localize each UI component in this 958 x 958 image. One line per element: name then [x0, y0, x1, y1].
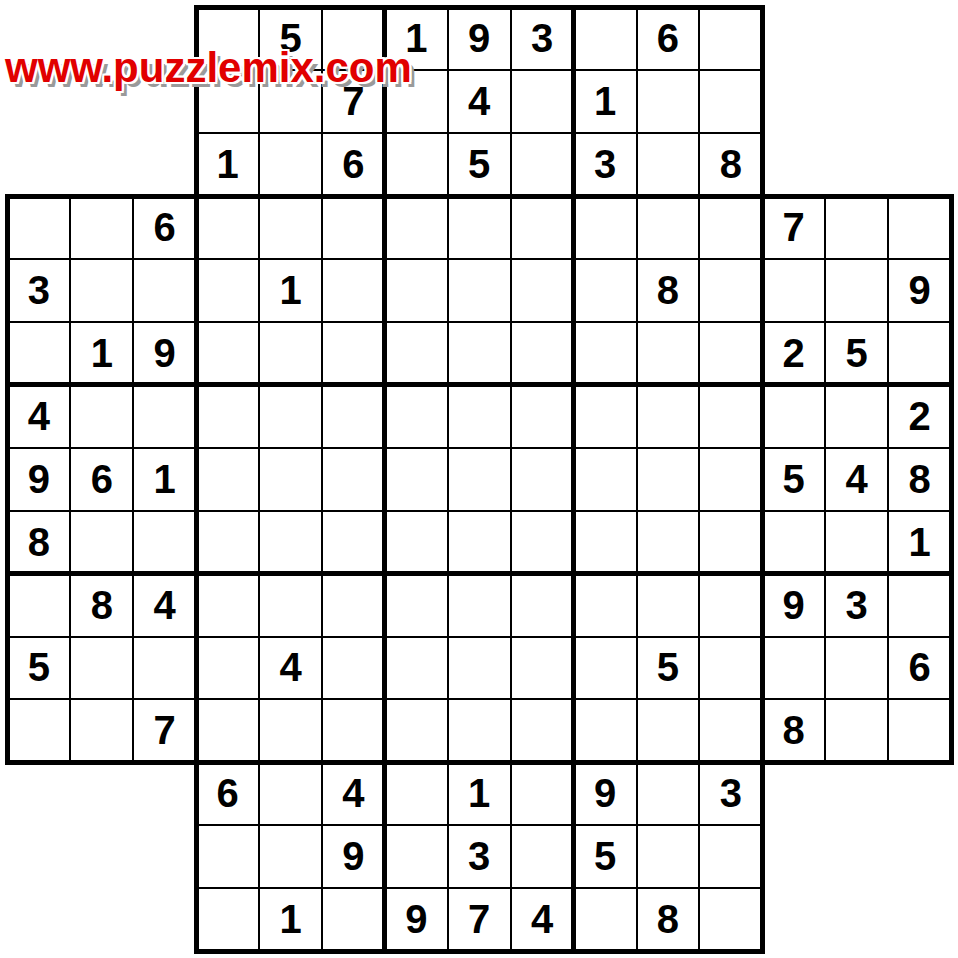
cell-r4c4[interactable] — [196, 196, 259, 259]
given-digit-r6c2[interactable]: 1 — [70, 322, 133, 385]
cell-r6c9[interactable] — [511, 322, 574, 385]
cell-r10c1[interactable] — [8, 574, 71, 637]
cell-r11c9[interactable] — [511, 637, 574, 700]
cell-r7c11[interactable] — [637, 385, 700, 448]
cell-r12c5[interactable] — [259, 699, 322, 762]
cell-r8c12[interactable] — [699, 448, 762, 511]
given-digit-r10c14[interactable]: 3 — [825, 574, 888, 637]
given-digit-r12c13[interactable]: 8 — [762, 699, 825, 762]
given-digit-r13c12[interactable]: 3 — [699, 762, 762, 825]
cell-r8c4[interactable] — [196, 448, 259, 511]
watermark-url: www.puzzlemix.com — [5, 44, 412, 92]
given-digit-r15c8[interactable]: 7 — [448, 888, 511, 951]
cell-r9c14[interactable] — [825, 511, 888, 574]
given-digit-r7c15[interactable]: 2 — [888, 385, 951, 448]
given-digit-r11c1[interactable]: 5 — [8, 637, 71, 700]
cell-r9c8[interactable] — [448, 511, 511, 574]
cell-r6c7[interactable] — [385, 322, 448, 385]
given-digit-r13c4[interactable]: 6 — [196, 762, 259, 825]
given-digit-r11c11[interactable]: 5 — [637, 637, 700, 700]
cell-r12c12[interactable] — [699, 699, 762, 762]
cell-r11c3[interactable] — [133, 637, 196, 700]
cell-r10c8[interactable] — [448, 574, 511, 637]
cell-r11c7[interactable] — [385, 637, 448, 700]
cell-r14c11[interactable] — [637, 825, 700, 888]
cell-r4c11[interactable] — [637, 196, 700, 259]
given-digit-r9c1[interactable]: 8 — [8, 511, 71, 574]
cell-r7c6[interactable] — [322, 385, 385, 448]
cell-r11c2[interactable] — [70, 637, 133, 700]
cell-r8c6[interactable] — [322, 448, 385, 511]
cell-r11c8[interactable] — [448, 637, 511, 700]
cell-r4c1[interactable] — [8, 196, 71, 259]
cell-r5c12[interactable] — [699, 259, 762, 322]
given-digit-r15c9[interactable]: 4 — [511, 888, 574, 951]
cell-r4c2[interactable] — [70, 196, 133, 259]
cell-r10c11[interactable] — [637, 574, 700, 637]
cell-r13c9[interactable] — [511, 762, 574, 825]
cell-r14c9[interactable] — [511, 825, 574, 888]
given-digit-r4c3[interactable]: 6 — [133, 196, 196, 259]
given-digit-r6c13[interactable]: 2 — [762, 322, 825, 385]
given-digit-r5c11[interactable]: 8 — [637, 259, 700, 322]
cell-r14c4[interactable] — [196, 825, 259, 888]
cell-r15c6[interactable] — [322, 888, 385, 951]
given-digit-r15c11[interactable]: 8 — [637, 888, 700, 951]
cell-r10c4[interactable] — [196, 574, 259, 637]
given-digit-r1c9[interactable]: 3 — [511, 8, 574, 71]
cell-r5c8[interactable] — [448, 259, 511, 322]
cell-r9c3[interactable] — [133, 511, 196, 574]
cell-r11c13[interactable] — [762, 637, 825, 700]
cell-r7c2[interactable] — [70, 385, 133, 448]
cell-r6c6[interactable] — [322, 322, 385, 385]
cell-r12c2[interactable] — [70, 699, 133, 762]
cell-r10c15[interactable] — [888, 574, 951, 637]
cell-r14c7[interactable] — [385, 825, 448, 888]
given-digit-r14c8[interactable]: 3 — [448, 825, 511, 888]
cell-r7c12[interactable] — [699, 385, 762, 448]
given-digit-r14c10[interactable]: 5 — [574, 825, 637, 888]
cell-r9c5[interactable] — [259, 511, 322, 574]
cell-r8c9[interactable] — [511, 448, 574, 511]
given-digit-r5c5[interactable]: 1 — [259, 259, 322, 322]
cell-r10c12[interactable] — [699, 574, 762, 637]
given-digit-r2c10[interactable]: 1 — [574, 70, 637, 133]
given-digit-r15c5[interactable]: 1 — [259, 888, 322, 951]
cell-r9c11[interactable] — [637, 511, 700, 574]
cell-r3c11[interactable] — [637, 133, 700, 196]
cell-r6c5[interactable] — [259, 322, 322, 385]
cell-r7c14[interactable] — [825, 385, 888, 448]
cell-r9c4[interactable] — [196, 511, 259, 574]
cell-r4c10[interactable] — [574, 196, 637, 259]
cell-r4c8[interactable] — [448, 196, 511, 259]
given-digit-r5c1[interactable]: 3 — [8, 259, 71, 322]
cell-r7c5[interactable] — [259, 385, 322, 448]
cell-r14c5[interactable] — [259, 825, 322, 888]
cell-r12c15[interactable] — [888, 699, 951, 762]
given-digit-r8c15[interactable]: 8 — [888, 448, 951, 511]
cell-r3c9[interactable] — [511, 133, 574, 196]
given-digit-r5c15[interactable]: 9 — [888, 259, 951, 322]
given-digit-r10c3[interactable]: 4 — [133, 574, 196, 637]
given-digit-r6c3[interactable]: 9 — [133, 322, 196, 385]
cell-r6c1[interactable] — [8, 322, 71, 385]
given-digit-r15c7[interactable]: 9 — [385, 888, 448, 951]
cell-r13c7[interactable] — [385, 762, 448, 825]
given-digit-r11c5[interactable]: 4 — [259, 637, 322, 700]
given-digit-r13c8[interactable]: 1 — [448, 762, 511, 825]
given-digit-r11c15[interactable]: 6 — [888, 637, 951, 700]
cell-r8c10[interactable] — [574, 448, 637, 511]
cell-r13c11[interactable] — [637, 762, 700, 825]
cell-r7c8[interactable] — [448, 385, 511, 448]
cell-r5c4[interactable] — [196, 259, 259, 322]
cell-r3c7[interactable] — [385, 133, 448, 196]
given-digit-r1c8[interactable]: 9 — [448, 8, 511, 71]
cell-r9c10[interactable] — [574, 511, 637, 574]
cell-r11c14[interactable] — [825, 637, 888, 700]
cell-r15c10[interactable] — [574, 888, 637, 951]
cell-r4c6[interactable] — [322, 196, 385, 259]
cell-r7c4[interactable] — [196, 385, 259, 448]
cell-r4c7[interactable] — [385, 196, 448, 259]
cell-r9c12[interactable] — [699, 511, 762, 574]
cell-r14c12[interactable] — [699, 825, 762, 888]
cell-r9c6[interactable] — [322, 511, 385, 574]
cell-r10c7[interactable] — [385, 574, 448, 637]
given-digit-r14c6[interactable]: 9 — [322, 825, 385, 888]
cell-r9c7[interactable] — [385, 511, 448, 574]
cell-r1c10[interactable] — [574, 8, 637, 71]
cell-r9c9[interactable] — [511, 511, 574, 574]
cell-r8c5[interactable] — [259, 448, 322, 511]
cell-r6c4[interactable] — [196, 322, 259, 385]
cell-r12c9[interactable] — [511, 699, 574, 762]
cell-r5c10[interactable] — [574, 259, 637, 322]
given-digit-r10c13[interactable]: 9 — [762, 574, 825, 637]
cell-r8c8[interactable] — [448, 448, 511, 511]
cell-r6c15[interactable] — [888, 322, 951, 385]
given-digit-r12c3[interactable]: 7 — [133, 699, 196, 762]
given-digit-r7c1[interactable]: 4 — [8, 385, 71, 448]
given-digit-r3c12[interactable]: 8 — [699, 133, 762, 196]
cell-r4c5[interactable] — [259, 196, 322, 259]
given-digit-r3c8[interactable]: 5 — [448, 133, 511, 196]
given-digit-r3c10[interactable]: 3 — [574, 133, 637, 196]
puzzle-canvas: 5193674116538673189192542961548818493545… — [0, 0, 958, 958]
cell-r1c12[interactable] — [699, 8, 762, 71]
cell-r2c12[interactable] — [699, 70, 762, 133]
sudoku-board: 5193674116538673189192542961548818493545… — [0, 0, 958, 958]
cell-r2c11[interactable] — [637, 70, 700, 133]
cell-r4c15[interactable] — [888, 196, 951, 259]
cell-r5c6[interactable] — [322, 259, 385, 322]
given-digit-r8c14[interactable]: 4 — [825, 448, 888, 511]
cell-r7c7[interactable] — [385, 385, 448, 448]
cell-r3c5[interactable] — [259, 133, 322, 196]
cell-r7c9[interactable] — [511, 385, 574, 448]
given-digit-r8c13[interactable]: 5 — [762, 448, 825, 511]
given-digit-r3c4[interactable]: 1 — [196, 133, 259, 196]
cell-r6c11[interactable] — [637, 322, 700, 385]
cell-r10c5[interactable] — [259, 574, 322, 637]
cell-r11c12[interactable] — [699, 637, 762, 700]
given-digit-r2c8[interactable]: 4 — [448, 70, 511, 133]
given-digit-r13c10[interactable]: 9 — [574, 762, 637, 825]
given-digit-r6c14[interactable]: 5 — [825, 322, 888, 385]
cell-r8c11[interactable] — [637, 448, 700, 511]
cell-r12c10[interactable] — [574, 699, 637, 762]
cell-r12c8[interactable] — [448, 699, 511, 762]
cell-r12c7[interactable] — [385, 699, 448, 762]
cell-r6c10[interactable] — [574, 322, 637, 385]
cell-r15c4[interactable] — [196, 888, 259, 951]
cell-r9c13[interactable] — [762, 511, 825, 574]
given-digit-r8c3[interactable]: 1 — [133, 448, 196, 511]
cell-r5c14[interactable] — [825, 259, 888, 322]
cell-r4c12[interactable] — [699, 196, 762, 259]
cell-r7c10[interactable] — [574, 385, 637, 448]
cell-r12c14[interactable] — [825, 699, 888, 762]
cell-r2c9[interactable] — [511, 70, 574, 133]
given-digit-r1c11[interactable]: 6 — [637, 8, 700, 71]
cell-r12c11[interactable] — [637, 699, 700, 762]
cell-r6c12[interactable] — [699, 322, 762, 385]
cell-r9c2[interactable] — [70, 511, 133, 574]
cell-r7c3[interactable] — [133, 385, 196, 448]
cell-r12c1[interactable] — [8, 699, 71, 762]
cell-r6c8[interactable] — [448, 322, 511, 385]
given-digit-r4c13[interactable]: 7 — [762, 196, 825, 259]
given-digit-r3c6[interactable]: 6 — [322, 133, 385, 196]
given-digit-r13c6[interactable]: 4 — [322, 762, 385, 825]
cell-r10c10[interactable] — [574, 574, 637, 637]
cell-r4c14[interactable] — [825, 196, 888, 259]
cell-r5c3[interactable] — [133, 259, 196, 322]
cell-r15c12[interactable] — [699, 888, 762, 951]
cell-r5c13[interactable] — [762, 259, 825, 322]
cell-r10c6[interactable] — [322, 574, 385, 637]
cell-r7c13[interactable] — [762, 385, 825, 448]
given-digit-r8c1[interactable]: 9 — [8, 448, 71, 511]
cell-r11c10[interactable] — [574, 637, 637, 700]
cell-r5c7[interactable] — [385, 259, 448, 322]
cell-r13c5[interactable] — [259, 762, 322, 825]
cell-r10c9[interactable] — [511, 574, 574, 637]
cell-r5c2[interactable] — [70, 259, 133, 322]
cell-r5c9[interactable] — [511, 259, 574, 322]
cell-r11c6[interactable] — [322, 637, 385, 700]
cell-r11c4[interactable] — [196, 637, 259, 700]
given-digit-r9c15[interactable]: 1 — [888, 511, 951, 574]
cell-r8c7[interactable] — [385, 448, 448, 511]
cell-r12c6[interactable] — [322, 699, 385, 762]
given-digit-r8c2[interactable]: 6 — [70, 448, 133, 511]
cell-r4c9[interactable] — [511, 196, 574, 259]
given-digit-r10c2[interactable]: 8 — [70, 574, 133, 637]
cell-r12c4[interactable] — [196, 699, 259, 762]
